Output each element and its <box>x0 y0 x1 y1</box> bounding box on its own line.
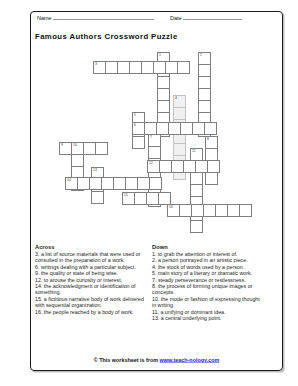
clue-3: 3. a list of source materials that were … <box>35 251 147 264</box>
cell-number: 9 <box>61 143 63 147</box>
cell-number: 3 <box>95 62 97 66</box>
crossword-cell <box>91 191 104 204</box>
word-3-across: 3 <box>93 61 190 74</box>
clue-2: 2. a person portrayed in an artistic pie… <box>152 257 264 263</box>
cell-number: 7 <box>150 135 152 139</box>
word-16-across: 16 <box>167 204 252 217</box>
crossword-cell <box>95 142 108 155</box>
cell-number: 16 <box>169 205 173 209</box>
cell-number: 2 <box>200 53 202 57</box>
clue-14: 14. the acknowledgment or identification… <box>35 283 147 296</box>
cell-number: 11 <box>192 149 196 153</box>
word-14-across: 14 <box>65 177 162 190</box>
clue-10: 10. the mode or fashion of expressing th… <box>152 296 264 309</box>
crossword-cell <box>149 177 162 190</box>
clue-16: 16. the people reached by a body of work… <box>35 309 147 315</box>
footer-text: © This worksheet is from <box>94 357 160 363</box>
crossword-cell <box>177 61 190 74</box>
crossword-cell <box>239 204 252 217</box>
cell-number: 12 <box>149 161 153 165</box>
word-15-across: 15 <box>122 192 171 205</box>
worksheet-page: Name Date Famous Authors Crossword Puzzl… <box>0 0 298 386</box>
word-6-across: 6 <box>132 122 217 135</box>
crossword-cell <box>204 122 217 135</box>
crossword-cell <box>207 160 220 173</box>
footer-link[interactable]: www.teach-nology.com <box>160 357 220 363</box>
down-clue-list: 1. to grab the attention or interest of.… <box>152 251 264 322</box>
crossword-cell <box>205 172 218 185</box>
footer-credit: © This worksheet is from www.teach-nolog… <box>31 357 282 363</box>
cell-number: 8 <box>207 137 209 141</box>
word-12-across: 12 <box>147 160 220 173</box>
cell-number: 15 <box>124 193 128 197</box>
cell-number: 5 <box>134 113 136 117</box>
cell-number: 4 <box>175 96 177 100</box>
crossword-cell <box>190 220 203 233</box>
crossword-grid: 12345678910111213141516 <box>0 0 298 386</box>
clue-5: 5. main story of a literary or dramatic … <box>152 270 264 276</box>
clue-15: 15. a fictitious narrative body of work … <box>35 296 147 309</box>
across-clue-list: 3. a list of source materials that were … <box>35 251 147 316</box>
down-clues-section: Down 1. to grab the attention or interes… <box>152 244 264 321</box>
cell-number: 6 <box>134 123 136 127</box>
cell-number: 14 <box>67 178 71 182</box>
cell-number: 1 <box>159 53 161 57</box>
cell-number: 10 <box>73 143 77 147</box>
clue-13: 13. a central underlying point. <box>152 315 264 321</box>
clue-6: 6. writings dealing with a particular su… <box>35 263 147 269</box>
across-clues-section: Across 3. a list of source materials tha… <box>35 244 147 315</box>
crossword-cell <box>132 136 145 149</box>
clue-8: 8. the process of forming unique images … <box>152 283 264 296</box>
cell-number: 13 <box>93 168 97 172</box>
